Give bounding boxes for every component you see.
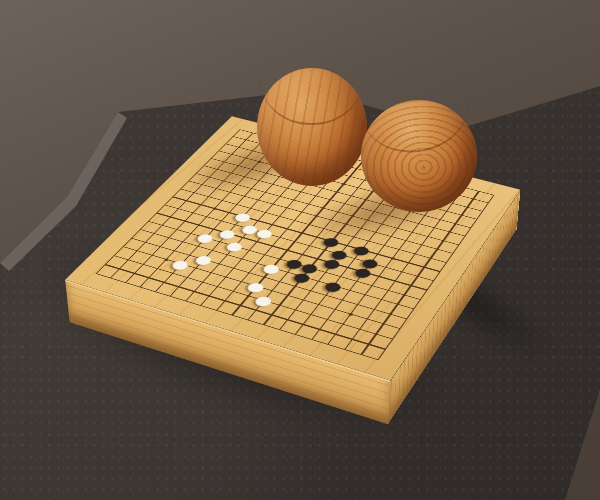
white-stone: ●: [193, 253, 216, 266]
white-stone: ●: [170, 257, 193, 270]
go-bowl-left: [257, 68, 367, 186]
white-stone: ●: [252, 293, 276, 307]
white-stone: ●: [261, 261, 284, 274]
black-stone: ●: [291, 270, 314, 284]
white-stone: ●: [233, 211, 255, 223]
black-stone: ●: [299, 261, 322, 274]
star-point: [333, 178, 354, 190]
star-point: [382, 252, 404, 265]
black-stone: ●: [351, 243, 373, 256]
go-set-photo: 19x19 shin-kaya goban resting on a black…: [0, 0, 600, 500]
star-point: [339, 307, 362, 322]
white-stone: ●: [245, 280, 268, 294]
black-stone: ●: [322, 279, 345, 293]
white-stone: ●: [224, 240, 247, 253]
star-point: [245, 280, 268, 294]
bowl-lid-seam: [260, 79, 362, 126]
star-point: [204, 203, 226, 215]
black-stone: ●: [322, 257, 345, 270]
black-stone: ●: [352, 265, 375, 279]
star-point: [155, 253, 178, 266]
go-bowl-right: [361, 100, 477, 212]
black-stone: ●: [329, 248, 351, 261]
white-stone: ●: [194, 231, 217, 244]
black-stone: ●: [284, 257, 307, 270]
black-stone: ●: [359, 256, 381, 269]
white-stone: ●: [217, 227, 239, 240]
